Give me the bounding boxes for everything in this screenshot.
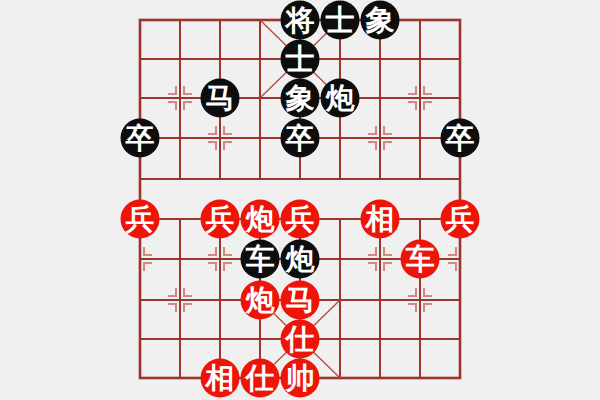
red-elephant-glyph: 相 <box>365 202 395 236</box>
black-soldier[interactable]: 卒 <box>121 119 160 158</box>
black-advisor-glyph: 士 <box>285 42 315 76</box>
black-soldier[interactable]: 卒 <box>281 119 320 158</box>
red-cannon[interactable]: 炮 <box>241 200 280 239</box>
red-cannon-glyph: 炮 <box>245 202 276 236</box>
red-general-glyph: 帅 <box>285 361 315 395</box>
red-advisor-glyph: 仕 <box>244 361 275 395</box>
black-soldier-glyph: 卒 <box>285 121 315 155</box>
red-soldier-glyph: 兵 <box>205 202 235 236</box>
red-soldier-glyph: 兵 <box>445 202 475 236</box>
black-soldier[interactable]: 卒 <box>441 119 480 158</box>
black-general[interactable]: 将 <box>281 1 320 40</box>
black-elephant[interactable]: 象 <box>361 1 400 40</box>
red-soldier[interactable]: 兵 <box>281 200 320 239</box>
board-canvas[interactable]: 将士象士马象炮卒卒卒车炮兵兵炮兵相兵车炮马仕相仕帅 <box>0 0 600 400</box>
black-horse-glyph: 马 <box>206 81 235 115</box>
black-cannon-glyph: 炮 <box>325 81 356 115</box>
black-elephant-glyph: 象 <box>285 81 315 115</box>
black-general-glyph: 将 <box>284 3 315 37</box>
red-advisor[interactable]: 仕 <box>281 320 320 359</box>
red-soldier[interactable]: 兵 <box>201 200 240 239</box>
red-general[interactable]: 帅 <box>281 359 320 398</box>
black-soldier-glyph: 卒 <box>445 121 475 155</box>
red-advisor[interactable]: 仕 <box>241 359 280 398</box>
black-cannon[interactable]: 炮 <box>281 240 320 279</box>
black-soldier-glyph: 卒 <box>125 121 155 155</box>
red-cannon-glyph: 炮 <box>245 283 276 317</box>
red-soldier[interactable]: 兵 <box>441 200 480 239</box>
black-advisor-glyph: 士 <box>325 3 355 37</box>
red-elephant[interactable]: 相 <box>361 200 400 239</box>
xiangqi-board: 将士象士马象炮卒卒卒车炮兵兵炮兵相兵车炮马仕相仕帅 <box>0 0 600 400</box>
black-advisor[interactable]: 士 <box>281 40 320 79</box>
red-chariot[interactable]: 车 <box>401 240 440 279</box>
black-horse[interactable]: 马 <box>201 79 240 118</box>
black-advisor[interactable]: 士 <box>321 1 360 40</box>
red-horse[interactable]: 马 <box>281 281 320 320</box>
red-elephant[interactable]: 相 <box>201 359 240 398</box>
black-chariot-glyph: 车 <box>246 242 275 276</box>
red-soldier-glyph: 兵 <box>125 202 155 236</box>
red-elephant-glyph: 相 <box>205 361 235 395</box>
black-chariot[interactable]: 车 <box>241 240 280 279</box>
black-elephant[interactable]: 象 <box>281 79 320 118</box>
red-soldier-glyph: 兵 <box>285 202 315 236</box>
red-cannon[interactable]: 炮 <box>241 281 280 320</box>
red-horse-glyph: 马 <box>286 283 315 317</box>
black-cannon[interactable]: 炮 <box>321 79 360 118</box>
black-elephant-glyph: 象 <box>365 3 395 37</box>
red-chariot-glyph: 车 <box>406 242 435 276</box>
red-soldier[interactable]: 兵 <box>121 200 160 239</box>
red-advisor-glyph: 仕 <box>284 322 315 356</box>
black-cannon-glyph: 炮 <box>285 242 316 276</box>
